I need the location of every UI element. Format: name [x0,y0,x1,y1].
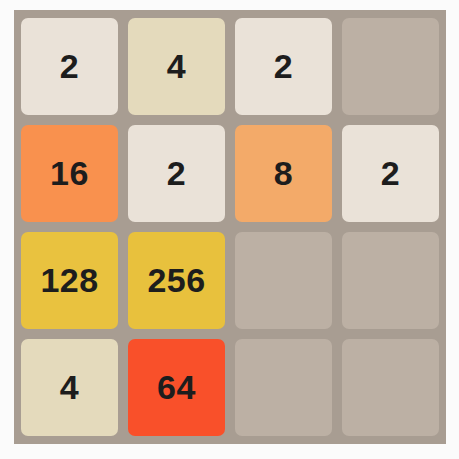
tile-r0-c2: 2 [235,18,332,115]
tile-r1-c0: 16 [21,125,118,222]
tile-r1-c1: 2 [128,125,225,222]
empty-cell-r3-c3 [342,339,439,436]
tile-r2-c1: 256 [128,232,225,329]
tile-r0-c1: 4 [128,18,225,115]
game-board-2048[interactable]: 2 4 2 16 2 8 2 128 256 4 64 [14,10,446,444]
tile-r2-c0: 128 [21,232,118,329]
empty-cell-r2-c3 [342,232,439,329]
tile-r0-c0: 2 [21,18,118,115]
empty-cell-r3-c2 [235,339,332,436]
tile-r1-c3: 2 [342,125,439,222]
tile-r3-c1: 64 [128,339,225,436]
tile-r3-c0: 4 [21,339,118,436]
tile-r1-c2: 8 [235,125,332,222]
empty-cell-r2-c2 [235,232,332,329]
empty-cell-r0-c3 [342,18,439,115]
